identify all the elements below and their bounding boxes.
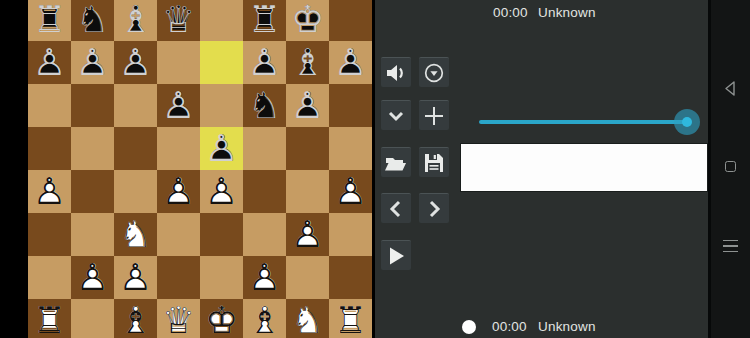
engine-slider-track[interactable] <box>479 120 688 124</box>
menu-icon <box>723 240 738 242</box>
square-d5[interactable] <box>157 127 200 170</box>
collapse-button[interactable] <box>381 100 411 130</box>
square-a1[interactable]: ♜♖ <box>28 299 71 338</box>
piece-white-pawn[interactable]: ♟♙ <box>71 256 114 299</box>
save-button[interactable] <box>419 147 449 177</box>
piece-white-knight[interactable]: ♞♘ <box>286 299 329 338</box>
square-a8[interactable]: ♜♖ <box>28 0 71 41</box>
square-e8[interactable] <box>200 0 243 41</box>
square-h7[interactable]: ♟♙ <box>329 41 372 84</box>
square-f3[interactable] <box>243 213 286 256</box>
control-panel: 00:00 Unknown <box>375 0 708 338</box>
square-h3[interactable] <box>329 213 372 256</box>
board-area: ♜♖♞♘♝♗♛♕♜♖♚♔♟♙♟♙♟♙♟♙♝♗♟♙♟♙♞♘♟♙♟♙♟♙♟♙♟♙♟♙… <box>0 0 375 338</box>
square-f4[interactable] <box>243 170 286 213</box>
piece-black-pawn[interactable]: ♟♙ <box>114 41 157 84</box>
square-d1[interactable]: ♛♕ <box>157 299 200 338</box>
back-icon <box>722 80 739 101</box>
top-player-name: Unknown <box>538 5 596 20</box>
square-e7[interactable] <box>200 41 243 84</box>
square-e2[interactable] <box>200 256 243 299</box>
square-d2[interactable] <box>157 256 200 299</box>
piece-white-queen[interactable]: ♛♕ <box>157 299 200 338</box>
square-h1[interactable]: ♜♖ <box>329 299 372 338</box>
add-button[interactable] <box>419 100 449 130</box>
square-h6[interactable] <box>329 84 372 127</box>
square-h2[interactable] <box>329 256 372 299</box>
square-g1[interactable]: ♞♘ <box>286 299 329 338</box>
square-c8[interactable]: ♝♗ <box>114 0 157 41</box>
piece-black-knight[interactable]: ♞♘ <box>71 0 114 41</box>
piece-white-pawn[interactable]: ♟♙ <box>28 170 71 213</box>
engine-slider-thumb-dot <box>682 117 692 127</box>
square-a4[interactable]: ♟♙ <box>28 170 71 213</box>
square-e5[interactable]: ♟♙ <box>200 127 243 170</box>
square-c7[interactable]: ♟♙ <box>114 41 157 84</box>
square-g5[interactable] <box>286 127 329 170</box>
piece-white-bishop[interactable]: ♝♗ <box>114 299 157 338</box>
square-h4[interactable]: ♟♙ <box>329 170 372 213</box>
piece-black-pawn[interactable]: ♟♙ <box>157 84 200 127</box>
chevron-left-icon <box>383 196 409 222</box>
piece-white-pawn[interactable]: ♟♙ <box>157 170 200 213</box>
play-button[interactable] <box>381 240 411 270</box>
square-a3[interactable] <box>28 213 71 256</box>
square-c3[interactable]: ♞♘ <box>114 213 157 256</box>
square-g6[interactable]: ♟♙ <box>286 84 329 127</box>
square-b2[interactable]: ♟♙ <box>71 256 114 299</box>
square-h8[interactable] <box>329 0 372 41</box>
piece-white-rook[interactable]: ♜♖ <box>329 299 372 338</box>
square-h5[interactable] <box>329 127 372 170</box>
back-button[interactable] <box>711 80 750 101</box>
square-e3[interactable] <box>200 213 243 256</box>
circle-down-icon <box>421 60 447 86</box>
square-f5[interactable] <box>243 127 286 170</box>
chess-board[interactable]: ♜♖♞♘♝♗♛♕♜♖♚♔♟♙♟♙♟♙♟♙♝♗♟♙♟♙♞♘♟♙♟♙♟♙♟♙♟♙♟♙… <box>28 0 372 338</box>
square-d6[interactable]: ♟♙ <box>157 84 200 127</box>
top-clock: 00:00 <box>493 5 528 20</box>
square-d8[interactable]: ♛♕ <box>157 0 200 41</box>
square-d7[interactable] <box>157 41 200 84</box>
piece-white-king[interactable]: ♚♔ <box>200 299 243 338</box>
square-c5[interactable] <box>114 127 157 170</box>
square-icon <box>725 161 736 172</box>
piece-black-pawn[interactable]: ♟♙ <box>28 41 71 84</box>
square-c6[interactable] <box>114 84 157 127</box>
square-f2[interactable]: ♟♙ <box>243 256 286 299</box>
square-c2[interactable]: ♟♙ <box>114 256 157 299</box>
square-b8[interactable]: ♞♘ <box>71 0 114 41</box>
piece-black-rook[interactable]: ♜♖ <box>243 0 286 41</box>
square-f7[interactable]: ♟♙ <box>243 41 286 84</box>
dropdown-button[interactable] <box>419 57 449 87</box>
square-a7[interactable]: ♟♙ <box>28 41 71 84</box>
piece-white-pawn[interactable]: ♟♙ <box>114 256 157 299</box>
square-c4[interactable] <box>114 170 157 213</box>
piece-white-pawn[interactable]: ♟♙ <box>286 213 329 256</box>
square-e1[interactable]: ♚♔ <box>200 299 243 338</box>
next-move-button[interactable] <box>419 193 449 223</box>
app-screen: ♜♖♞♘♝♗♛♕♜♖♚♔♟♙♟♙♟♙♟♙♝♗♟♙♟♙♞♘♟♙♟♙♟♙♟♙♟♙♟♙… <box>0 0 750 338</box>
chevron-down-icon <box>383 103 409 129</box>
bottom-player-name: Unknown <box>538 319 596 334</box>
home-button[interactable] <box>711 161 750 172</box>
square-g2[interactable] <box>286 256 329 299</box>
piece-white-bishop[interactable]: ♝♗ <box>243 299 286 338</box>
piece-black-pawn[interactable]: ♟♙ <box>243 41 286 84</box>
square-d3[interactable] <box>157 213 200 256</box>
white-to-move-dot <box>462 320 476 334</box>
piece-black-rook[interactable]: ♜♖ <box>28 0 71 41</box>
piece-black-knight[interactable]: ♞♘ <box>243 84 286 127</box>
play-icon <box>383 243 409 269</box>
piece-black-queen[interactable]: ♛♕ <box>157 0 200 41</box>
chevron-right-icon <box>421 196 447 222</box>
square-f6[interactable]: ♞♘ <box>243 84 286 127</box>
piece-white-rook[interactable]: ♜♖ <box>28 299 71 338</box>
square-b7[interactable]: ♟♙ <box>71 41 114 84</box>
piece-black-bishop[interactable]: ♝♗ <box>114 0 157 41</box>
piece-black-pawn[interactable]: ♟♙ <box>71 41 114 84</box>
square-e6[interactable] <box>200 84 243 127</box>
square-f8[interactable]: ♜♖ <box>243 0 286 41</box>
piece-black-pawn[interactable]: ♟♙ <box>286 84 329 127</box>
square-g7[interactable]: ♝♗ <box>286 41 329 84</box>
volume-button[interactable] <box>381 57 411 87</box>
analysis-text-box[interactable] <box>460 143 708 192</box>
square-f1[interactable]: ♝♗ <box>243 299 286 338</box>
piece-black-king[interactable]: ♚♔ <box>286 0 329 41</box>
square-c1[interactable]: ♝♗ <box>114 299 157 338</box>
speaker-icon <box>383 60 409 86</box>
square-g4[interactable] <box>286 170 329 213</box>
piece-black-pawn[interactable]: ♟♙ <box>329 41 372 84</box>
android-nav-bar <box>711 0 750 338</box>
square-b3[interactable] <box>71 213 114 256</box>
piece-white-pawn[interactable]: ♟♙ <box>329 170 372 213</box>
plus-icon <box>421 103 447 129</box>
piece-black-bishop[interactable]: ♝♗ <box>286 41 329 84</box>
square-b5[interactable] <box>71 127 114 170</box>
open-button[interactable] <box>381 147 411 177</box>
piece-white-pawn[interactable]: ♟♙ <box>200 170 243 213</box>
square-b4[interactable] <box>71 170 114 213</box>
bottom-clock: 00:00 <box>492 319 527 334</box>
piece-white-knight[interactable]: ♞♘ <box>114 213 157 256</box>
square-a2[interactable] <box>28 256 71 299</box>
square-a5[interactable] <box>28 127 71 170</box>
piece-white-pawn[interactable]: ♟♙ <box>243 256 286 299</box>
square-b6[interactable] <box>71 84 114 127</box>
square-e4[interactable]: ♟♙ <box>200 170 243 213</box>
folder-open-icon <box>383 150 409 176</box>
square-a6[interactable] <box>28 84 71 127</box>
piece-black-pawn[interactable]: ♟♙ <box>200 127 243 170</box>
floppy-disk-icon <box>421 150 447 176</box>
square-d4[interactable]: ♟♙ <box>157 170 200 213</box>
prev-move-button[interactable] <box>381 193 411 223</box>
square-g3[interactable]: ♟♙ <box>286 213 329 256</box>
square-g8[interactable]: ♚♔ <box>286 0 329 41</box>
recents-button[interactable] <box>711 238 750 254</box>
square-b1[interactable] <box>71 299 114 338</box>
